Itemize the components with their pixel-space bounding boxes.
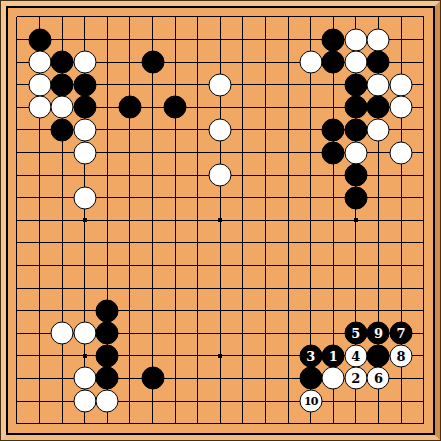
intersection[interactable] <box>345 119 368 142</box>
intersection[interactable] <box>367 209 390 232</box>
intersection[interactable] <box>367 390 390 413</box>
intersection[interactable] <box>254 412 277 435</box>
intersection[interactable] <box>51 73 74 96</box>
intersection[interactable] <box>96 412 119 435</box>
intersection[interactable] <box>119 164 142 187</box>
intersection[interactable] <box>277 367 300 390</box>
intersection[interactable] <box>141 322 164 345</box>
intersection[interactable] <box>390 186 413 209</box>
intersection[interactable] <box>164 96 187 119</box>
intersection[interactable] <box>186 28 209 51</box>
intersection[interactable] <box>412 119 435 142</box>
intersection[interactable] <box>322 390 345 413</box>
intersection[interactable] <box>367 28 390 51</box>
intersection[interactable] <box>6 390 29 413</box>
intersection[interactable]: 6 <box>367 367 390 390</box>
intersection[interactable] <box>164 232 187 255</box>
intersection[interactable] <box>141 390 164 413</box>
intersection[interactable] <box>141 28 164 51</box>
intersection[interactable] <box>232 28 255 51</box>
intersection[interactable] <box>412 322 435 345</box>
intersection[interactable] <box>390 6 413 29</box>
intersection[interactable] <box>209 96 232 119</box>
intersection[interactable] <box>345 28 368 51</box>
intersection[interactable] <box>390 277 413 300</box>
intersection[interactable] <box>390 119 413 142</box>
intersection[interactable] <box>141 277 164 300</box>
intersection[interactable] <box>164 412 187 435</box>
intersection[interactable] <box>73 96 96 119</box>
intersection[interactable] <box>28 28 51 51</box>
intersection[interactable] <box>6 367 29 390</box>
intersection[interactable] <box>73 119 96 142</box>
intersection[interactable] <box>412 367 435 390</box>
intersection[interactable] <box>119 277 142 300</box>
intersection[interactable] <box>232 119 255 142</box>
intersection[interactable] <box>141 6 164 29</box>
intersection[interactable] <box>164 141 187 164</box>
intersection[interactable] <box>367 51 390 74</box>
intersection[interactable] <box>96 28 119 51</box>
intersection[interactable] <box>232 232 255 255</box>
intersection[interactable] <box>299 96 322 119</box>
intersection[interactable] <box>390 412 413 435</box>
intersection[interactable] <box>367 141 390 164</box>
intersection[interactable] <box>299 186 322 209</box>
intersection[interactable] <box>299 73 322 96</box>
intersection[interactable] <box>51 412 74 435</box>
intersection[interactable] <box>367 412 390 435</box>
intersection[interactable] <box>299 277 322 300</box>
intersection[interactable] <box>51 254 74 277</box>
intersection[interactable] <box>232 299 255 322</box>
intersection[interactable] <box>186 367 209 390</box>
intersection[interactable] <box>186 51 209 74</box>
intersection[interactable] <box>345 254 368 277</box>
intersection[interactable] <box>6 51 29 74</box>
intersection[interactable] <box>232 345 255 368</box>
intersection[interactable] <box>73 28 96 51</box>
intersection[interactable] <box>412 277 435 300</box>
intersection[interactable] <box>277 277 300 300</box>
intersection[interactable] <box>299 209 322 232</box>
intersection[interactable] <box>277 345 300 368</box>
intersection[interactable] <box>254 141 277 164</box>
intersection[interactable] <box>164 164 187 187</box>
intersection[interactable] <box>299 254 322 277</box>
intersection[interactable] <box>186 390 209 413</box>
intersection[interactable] <box>232 141 255 164</box>
intersection[interactable] <box>299 51 322 74</box>
intersection[interactable] <box>232 277 255 300</box>
intersection[interactable] <box>164 367 187 390</box>
intersection[interactable] <box>6 73 29 96</box>
intersection[interactable] <box>51 51 74 74</box>
intersection[interactable] <box>96 186 119 209</box>
intersection[interactable] <box>254 164 277 187</box>
intersection[interactable] <box>164 254 187 277</box>
intersection[interactable]: 1 <box>322 345 345 368</box>
intersection[interactable] <box>277 322 300 345</box>
intersection[interactable]: 4 <box>345 345 368 368</box>
intersection[interactable] <box>322 232 345 255</box>
intersection[interactable] <box>322 367 345 390</box>
intersection[interactable] <box>96 96 119 119</box>
intersection[interactable] <box>277 119 300 142</box>
intersection[interactable] <box>412 232 435 255</box>
intersection[interactable] <box>186 73 209 96</box>
intersection[interactable] <box>164 28 187 51</box>
intersection[interactable] <box>209 232 232 255</box>
intersection[interactable] <box>28 367 51 390</box>
intersection[interactable] <box>119 299 142 322</box>
intersection[interactable] <box>51 390 74 413</box>
intersection[interactable] <box>119 6 142 29</box>
intersection[interactable] <box>96 164 119 187</box>
intersection[interactable] <box>232 412 255 435</box>
intersection[interactable] <box>28 186 51 209</box>
intersection[interactable] <box>119 73 142 96</box>
intersection[interactable] <box>186 141 209 164</box>
intersection[interactable] <box>322 209 345 232</box>
intersection[interactable] <box>164 51 187 74</box>
intersection[interactable] <box>254 299 277 322</box>
intersection[interactable] <box>28 322 51 345</box>
intersection[interactable] <box>73 345 96 368</box>
intersection[interactable] <box>367 299 390 322</box>
intersection[interactable] <box>232 390 255 413</box>
intersection[interactable] <box>73 277 96 300</box>
intersection[interactable] <box>164 6 187 29</box>
intersection[interactable] <box>277 412 300 435</box>
intersection[interactable] <box>6 186 29 209</box>
intersection[interactable] <box>412 412 435 435</box>
intersection[interactable] <box>6 277 29 300</box>
intersection[interactable] <box>96 232 119 255</box>
intersection[interactable] <box>73 186 96 209</box>
intersection[interactable] <box>164 299 187 322</box>
intersection[interactable] <box>73 141 96 164</box>
intersection[interactable] <box>51 232 74 255</box>
intersection[interactable] <box>345 73 368 96</box>
intersection[interactable] <box>28 254 51 277</box>
intersection[interactable] <box>96 254 119 277</box>
intersection[interactable] <box>51 164 74 187</box>
intersection[interactable] <box>96 390 119 413</box>
intersection[interactable] <box>209 164 232 187</box>
intersection[interactable] <box>299 367 322 390</box>
intersection[interactable] <box>73 164 96 187</box>
intersection[interactable] <box>412 6 435 29</box>
intersection[interactable]: 5 <box>345 322 368 345</box>
intersection[interactable] <box>6 209 29 232</box>
intersection[interactable] <box>277 186 300 209</box>
intersection[interactable]: 8 <box>390 345 413 368</box>
intersection[interactable] <box>254 367 277 390</box>
intersection[interactable] <box>6 412 29 435</box>
intersection[interactable] <box>345 412 368 435</box>
intersection[interactable] <box>367 73 390 96</box>
intersection[interactable] <box>209 141 232 164</box>
intersection[interactable] <box>141 186 164 209</box>
intersection[interactable] <box>390 141 413 164</box>
intersection[interactable] <box>345 277 368 300</box>
intersection[interactable] <box>73 51 96 74</box>
intersection[interactable] <box>51 209 74 232</box>
intersection[interactable] <box>186 96 209 119</box>
intersection[interactable] <box>186 209 209 232</box>
intersection[interactable] <box>412 209 435 232</box>
intersection[interactable] <box>322 28 345 51</box>
intersection[interactable] <box>51 322 74 345</box>
intersection[interactable] <box>277 164 300 187</box>
intersection[interactable] <box>141 367 164 390</box>
intersection[interactable] <box>412 299 435 322</box>
intersection[interactable] <box>209 412 232 435</box>
intersection[interactable] <box>345 186 368 209</box>
intersection[interactable] <box>51 277 74 300</box>
intersection[interactable] <box>209 119 232 142</box>
intersection[interactable] <box>141 299 164 322</box>
intersection[interactable]: 10 <box>299 390 322 413</box>
intersection[interactable] <box>232 254 255 277</box>
intersection[interactable] <box>6 254 29 277</box>
intersection[interactable] <box>186 412 209 435</box>
intersection[interactable] <box>141 73 164 96</box>
intersection[interactable] <box>322 164 345 187</box>
intersection[interactable] <box>367 277 390 300</box>
intersection[interactable] <box>299 232 322 255</box>
intersection[interactable] <box>209 322 232 345</box>
intersection[interactable] <box>254 390 277 413</box>
intersection[interactable] <box>390 51 413 74</box>
intersection[interactable] <box>345 164 368 187</box>
intersection[interactable] <box>322 119 345 142</box>
intersection[interactable] <box>345 51 368 74</box>
intersection[interactable] <box>322 96 345 119</box>
intersection[interactable] <box>299 322 322 345</box>
intersection[interactable] <box>209 254 232 277</box>
intersection[interactable] <box>390 73 413 96</box>
intersection[interactable] <box>322 73 345 96</box>
intersection[interactable] <box>186 299 209 322</box>
intersection[interactable] <box>28 232 51 255</box>
intersection[interactable] <box>96 345 119 368</box>
intersection[interactable]: 9 <box>367 322 390 345</box>
intersection[interactable] <box>28 73 51 96</box>
intersection[interactable]: 2 <box>345 367 368 390</box>
intersection[interactable] <box>51 119 74 142</box>
intersection[interactable] <box>164 322 187 345</box>
intersection[interactable] <box>390 390 413 413</box>
intersection[interactable] <box>232 73 255 96</box>
intersection[interactable] <box>209 186 232 209</box>
intersection[interactable] <box>96 367 119 390</box>
intersection[interactable] <box>186 164 209 187</box>
intersection[interactable] <box>119 367 142 390</box>
intersection[interactable] <box>119 28 142 51</box>
intersection[interactable] <box>6 96 29 119</box>
intersection[interactable] <box>345 209 368 232</box>
intersection[interactable] <box>73 6 96 29</box>
intersection[interactable] <box>51 28 74 51</box>
intersection[interactable] <box>277 232 300 255</box>
intersection[interactable] <box>119 322 142 345</box>
intersection[interactable] <box>322 277 345 300</box>
intersection[interactable] <box>186 186 209 209</box>
intersection[interactable] <box>141 51 164 74</box>
intersection[interactable] <box>164 73 187 96</box>
intersection[interactable] <box>254 73 277 96</box>
intersection[interactable] <box>345 96 368 119</box>
intersection[interactable] <box>6 141 29 164</box>
intersection[interactable] <box>73 73 96 96</box>
intersection[interactable] <box>164 390 187 413</box>
intersection[interactable] <box>96 299 119 322</box>
intersection[interactable] <box>141 96 164 119</box>
intersection[interactable] <box>6 299 29 322</box>
intersection[interactable] <box>119 412 142 435</box>
intersection[interactable] <box>322 141 345 164</box>
intersection[interactable] <box>119 390 142 413</box>
intersection[interactable] <box>412 96 435 119</box>
intersection[interactable] <box>119 186 142 209</box>
intersection[interactable] <box>164 209 187 232</box>
intersection[interactable] <box>299 412 322 435</box>
intersection[interactable] <box>164 277 187 300</box>
intersection[interactable] <box>51 141 74 164</box>
intersection[interactable] <box>141 119 164 142</box>
intersection[interactable] <box>322 186 345 209</box>
intersection[interactable] <box>367 186 390 209</box>
intersection[interactable] <box>28 164 51 187</box>
intersection[interactable] <box>6 6 29 29</box>
intersection[interactable] <box>96 51 119 74</box>
intersection[interactable] <box>141 412 164 435</box>
intersection[interactable] <box>412 164 435 187</box>
intersection[interactable] <box>119 119 142 142</box>
intersection[interactable] <box>322 51 345 74</box>
intersection[interactable] <box>412 51 435 74</box>
intersection[interactable] <box>209 277 232 300</box>
intersection[interactable] <box>412 390 435 413</box>
intersection[interactable] <box>367 119 390 142</box>
intersection[interactable] <box>345 299 368 322</box>
intersection[interactable] <box>232 322 255 345</box>
intersection[interactable] <box>164 119 187 142</box>
intersection[interactable] <box>28 209 51 232</box>
intersection[interactable] <box>345 141 368 164</box>
intersection[interactable] <box>141 209 164 232</box>
intersection[interactable] <box>6 119 29 142</box>
intersection[interactable] <box>232 96 255 119</box>
intersection[interactable] <box>6 345 29 368</box>
intersection[interactable] <box>28 345 51 368</box>
intersection[interactable] <box>390 209 413 232</box>
intersection[interactable] <box>412 186 435 209</box>
intersection[interactable] <box>254 28 277 51</box>
intersection[interactable] <box>119 96 142 119</box>
intersection[interactable] <box>119 51 142 74</box>
intersection[interactable] <box>73 299 96 322</box>
intersection[interactable] <box>277 299 300 322</box>
intersection[interactable] <box>254 232 277 255</box>
intersection[interactable] <box>164 186 187 209</box>
intersection[interactable] <box>96 119 119 142</box>
intersection[interactable] <box>209 390 232 413</box>
intersection[interactable] <box>51 96 74 119</box>
intersection[interactable] <box>254 209 277 232</box>
intersection[interactable] <box>277 254 300 277</box>
intersection[interactable] <box>277 96 300 119</box>
intersection[interactable] <box>141 164 164 187</box>
intersection[interactable] <box>164 345 187 368</box>
intersection[interactable] <box>254 254 277 277</box>
intersection[interactable] <box>322 412 345 435</box>
intersection[interactable] <box>119 141 142 164</box>
intersection[interactable] <box>28 141 51 164</box>
intersection[interactable] <box>186 345 209 368</box>
intersection[interactable]: 7 <box>390 322 413 345</box>
intersection[interactable] <box>277 141 300 164</box>
intersection[interactable] <box>186 232 209 255</box>
intersection[interactable] <box>232 164 255 187</box>
intersection[interactable] <box>209 51 232 74</box>
intersection[interactable] <box>345 6 368 29</box>
intersection[interactable] <box>28 412 51 435</box>
intersection[interactable] <box>141 345 164 368</box>
intersection[interactable] <box>6 164 29 187</box>
intersection[interactable] <box>209 28 232 51</box>
intersection[interactable] <box>209 367 232 390</box>
intersection[interactable] <box>390 254 413 277</box>
intersection[interactable] <box>345 390 368 413</box>
intersection[interactable] <box>367 6 390 29</box>
intersection[interactable] <box>390 28 413 51</box>
intersection[interactable]: 3 <box>299 345 322 368</box>
intersection[interactable] <box>277 390 300 413</box>
intersection[interactable] <box>96 141 119 164</box>
intersection[interactable] <box>254 345 277 368</box>
intersection[interactable] <box>299 299 322 322</box>
intersection[interactable] <box>209 345 232 368</box>
intersection[interactable] <box>412 141 435 164</box>
intersection[interactable] <box>96 209 119 232</box>
intersection[interactable] <box>51 345 74 368</box>
intersection[interactable] <box>51 299 74 322</box>
intersection[interactable] <box>119 232 142 255</box>
intersection[interactable] <box>28 299 51 322</box>
intersection[interactable] <box>254 6 277 29</box>
intersection[interactable] <box>209 6 232 29</box>
intersection[interactable] <box>254 119 277 142</box>
intersection[interactable] <box>209 73 232 96</box>
intersection[interactable] <box>277 6 300 29</box>
intersection[interactable] <box>186 119 209 142</box>
intersection[interactable] <box>299 119 322 142</box>
intersection[interactable] <box>254 51 277 74</box>
intersection[interactable] <box>119 254 142 277</box>
intersection[interactable] <box>6 322 29 345</box>
intersection[interactable] <box>277 209 300 232</box>
intersection[interactable] <box>322 6 345 29</box>
intersection[interactable] <box>390 299 413 322</box>
intersection[interactable] <box>96 322 119 345</box>
intersection[interactable] <box>367 254 390 277</box>
intersection[interactable] <box>96 73 119 96</box>
intersection[interactable] <box>73 232 96 255</box>
intersection[interactable] <box>412 28 435 51</box>
